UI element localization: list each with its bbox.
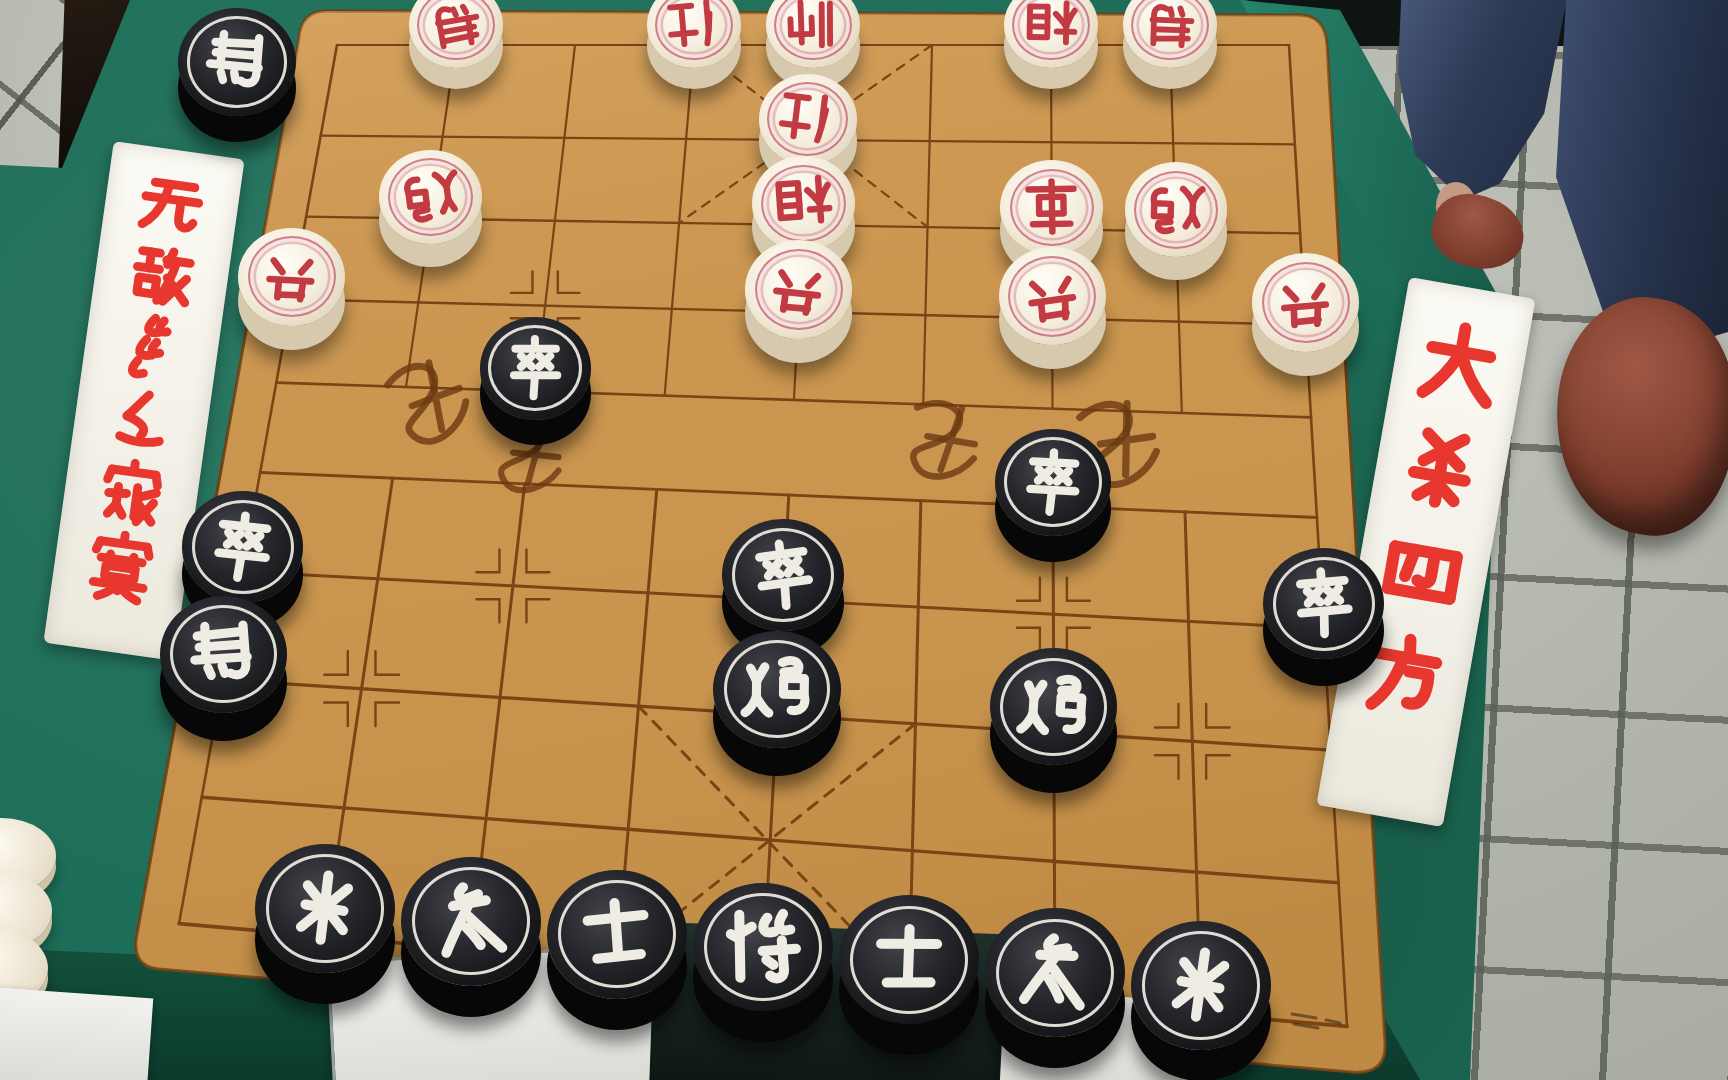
banner-character <box>89 452 173 536</box>
piece-black-guard[interactable] <box>839 895 979 1024</box>
piece-red-soldier[interactable] <box>999 247 1106 346</box>
piece-black-general[interactable] <box>693 883 833 1012</box>
banner-character <box>120 232 204 316</box>
banner-character <box>1369 518 1476 625</box>
piece-red-horse[interactable] <box>409 0 503 68</box>
banner-character <box>130 159 214 243</box>
piece-red-cannon[interactable] <box>379 150 482 245</box>
banner-character <box>79 526 163 610</box>
piece-black-chariot[interactable] <box>255 844 395 973</box>
piece-black-soldier[interactable] <box>722 519 843 631</box>
piece-red-advisor[interactable] <box>647 0 741 68</box>
banner-character <box>1388 414 1495 521</box>
photo-of-xiangqi-street-game: { "game": "xiangqi (Chinese chess), over… <box>0 0 1728 1080</box>
piece-red-advisor[interactable] <box>759 74 858 165</box>
piece-red-elephant[interactable] <box>1004 0 1098 68</box>
captured-black-horse[interactable] <box>178 8 296 117</box>
piece-black-guard[interactable] <box>547 870 687 999</box>
piece-black-horse[interactable] <box>160 596 287 713</box>
piece-red-cannon[interactable] <box>1125 162 1228 257</box>
white-slab-bottom-left-corner <box>0 986 153 1080</box>
piece-black-chariot[interactable] <box>1131 921 1271 1050</box>
piece-black-soldier[interactable] <box>480 317 592 420</box>
banner-character <box>110 306 194 390</box>
piece-black-elephant[interactable] <box>401 857 541 986</box>
piece-red-soldier[interactable] <box>1252 253 1359 352</box>
piece-red-chariot[interactable] <box>1000 160 1103 255</box>
piece-red-soldier[interactable] <box>745 240 852 339</box>
piece-black-cannon[interactable] <box>713 631 840 748</box>
piece-black-soldier[interactable] <box>182 491 303 603</box>
piece-red-elephant[interactable] <box>752 156 855 251</box>
piece-black-soldier[interactable] <box>1263 548 1384 660</box>
piece-black-soldier[interactable] <box>995 429 1111 536</box>
piece-red-general[interactable] <box>766 0 860 68</box>
banner-character <box>1406 310 1513 417</box>
piece-black-cannon[interactable] <box>990 648 1117 765</box>
banner-character <box>99 379 183 463</box>
piece-black-elephant[interactable] <box>985 908 1125 1037</box>
piece-red-horse[interactable] <box>1123 0 1217 68</box>
piece-red-soldier[interactable] <box>238 228 345 327</box>
